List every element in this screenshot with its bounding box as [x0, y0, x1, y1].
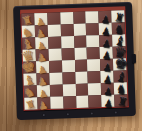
square-h7: ♟	[101, 95, 114, 107]
square-f7: ♟	[101, 71, 114, 83]
square-d8: ♛	[113, 46, 126, 58]
square-c3	[48, 36, 61, 48]
square-d5	[74, 48, 87, 60]
square-f2: ♟	[36, 73, 49, 85]
square-b6	[86, 23, 99, 35]
square-b4	[60, 24, 73, 36]
square-f6	[88, 71, 101, 83]
square-b5	[73, 24, 86, 36]
square-g2: ♟	[37, 85, 50, 97]
square-e6	[87, 59, 100, 71]
square-d2: ♟	[35, 49, 48, 61]
square-h4	[63, 96, 76, 108]
square-c2: ♟	[35, 37, 48, 49]
square-b8: ♞	[112, 22, 125, 34]
square-e3	[49, 60, 62, 72]
square-h8: ♜	[114, 94, 127, 106]
square-d1: ♛	[23, 49, 36, 61]
square-e2: ♟	[36, 61, 49, 73]
square-c5	[74, 36, 87, 48]
square-c4	[61, 36, 74, 48]
white-pawn: ♟	[34, 8, 47, 25]
square-e4	[62, 60, 75, 72]
square-d6	[87, 47, 100, 59]
square-b7: ♟	[99, 23, 112, 35]
square-f4	[62, 72, 75, 84]
square-a1: ♜	[21, 13, 34, 25]
frame-rivet	[43, 114, 45, 116]
square-d4	[61, 48, 74, 60]
square-g1: ♞	[24, 85, 37, 97]
chess-board: ♜♟♟♜♞♟♟♞♝♟♟♝♛♟♟♛♚♟♟♚♝♟♟♝♞♟♟♞♜♟♟♜	[13, 2, 136, 120]
square-h5	[76, 96, 89, 108]
square-c1: ♝	[22, 37, 35, 49]
square-b2: ♟	[35, 25, 48, 37]
frame-rivet	[67, 113, 69, 115]
board-latch	[132, 54, 136, 63]
square-e8: ♚	[113, 58, 126, 70]
frame-rivet	[114, 112, 116, 114]
black-rook: ♜	[111, 5, 124, 22]
square-h6	[89, 95, 102, 107]
square-a2: ♟	[34, 13, 47, 25]
square-d3	[48, 48, 61, 60]
square-f5	[75, 72, 88, 84]
square-f1: ♝	[23, 73, 36, 85]
square-f8: ♝	[113, 70, 126, 82]
black-pawn: ♟	[98, 6, 111, 23]
frame-rivet	[91, 112, 93, 114]
square-g3	[50, 84, 63, 96]
square-d7: ♟	[100, 47, 113, 59]
chess-grid: ♜♟♟♜♞♟♟♞♝♟♟♝♛♟♟♛♚♟♟♚♝♟♟♝♞♟♟♞♜♟♟♜	[21, 10, 127, 110]
square-f3	[49, 72, 62, 84]
square-e7: ♟	[100, 59, 113, 71]
square-a7: ♟	[99, 11, 112, 23]
square-a4	[60, 12, 73, 24]
board-playing-area-border: ♜♟♟♜♞♟♟♞♝♟♟♝♛♟♟♛♚♟♟♚♝♟♟♝♞♟♟♞♜♟♟♜	[20, 6, 128, 111]
square-g8: ♞	[114, 82, 127, 94]
square-a5	[73, 12, 86, 24]
square-g6	[88, 83, 101, 95]
square-g5	[75, 84, 88, 96]
square-a6	[86, 11, 99, 23]
square-h3	[50, 96, 63, 108]
square-c6	[86, 35, 99, 47]
square-h2: ♟	[37, 97, 50, 109]
white-rook: ♜	[21, 8, 34, 25]
square-a8: ♜	[111, 10, 124, 22]
square-h1: ♜	[24, 97, 37, 109]
square-c7: ♟	[99, 35, 112, 47]
square-g7: ♟	[101, 83, 114, 95]
square-e5	[74, 60, 87, 72]
square-a3	[47, 12, 60, 24]
square-b1: ♞	[22, 25, 35, 37]
square-g4	[62, 84, 75, 96]
square-c8: ♝	[112, 34, 125, 46]
square-b3	[47, 24, 60, 36]
square-e1: ♚	[23, 61, 36, 73]
